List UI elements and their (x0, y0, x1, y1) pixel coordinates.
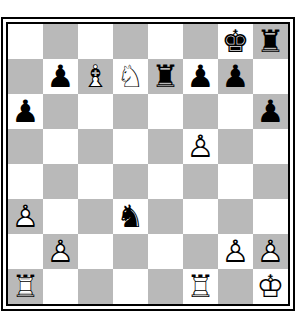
square-e5[interactable] (148, 129, 183, 164)
white-pawn-fill: ♟ (253, 234, 288, 269)
square-f5[interactable]: ♟♙ (183, 129, 218, 164)
square-e3[interactable] (148, 199, 183, 234)
chess-board-inner-border: ♚♜♟♝♗♞♘♜♟♟♟♟♟♙♟♙♞♟♙♟♙♟♙♜♖♜♖♚♔ (6, 22, 290, 306)
square-e2[interactable] (148, 234, 183, 269)
square-g3[interactable] (218, 199, 253, 234)
white-pawn: ♙ (253, 234, 288, 269)
square-f7[interactable]: ♟ (183, 59, 218, 94)
square-d8[interactable] (113, 24, 148, 59)
square-b1[interactable] (43, 269, 78, 304)
black-knight: ♞ (113, 199, 148, 234)
square-b3[interactable] (43, 199, 78, 234)
white-king-fill: ♚ (253, 269, 288, 304)
white-knight-fill: ♞ (113, 59, 148, 94)
white-pawn-fill: ♟ (183, 129, 218, 164)
white-pawn: ♙ (8, 199, 43, 234)
square-h8[interactable]: ♜ (253, 24, 288, 59)
square-h3[interactable] (253, 199, 288, 234)
white-knight: ♘ (113, 59, 148, 94)
chess-board-frame: ♚♜♟♝♗♞♘♜♟♟♟♟♟♙♟♙♞♟♙♟♙♟♙♜♖♜♖♚♔ (1, 17, 295, 311)
square-d2[interactable] (113, 234, 148, 269)
white-pawn-fill: ♟ (43, 234, 78, 269)
square-b2[interactable]: ♟♙ (43, 234, 78, 269)
square-e4[interactable] (148, 164, 183, 199)
black-rook: ♜ (148, 59, 183, 94)
white-pawn-fill: ♟ (218, 234, 253, 269)
square-h2[interactable]: ♟♙ (253, 234, 288, 269)
square-e1[interactable] (148, 269, 183, 304)
black-king: ♚ (218, 24, 253, 59)
square-a4[interactable] (8, 164, 43, 199)
black-pawn: ♟ (218, 59, 253, 94)
square-h4[interactable] (253, 164, 288, 199)
square-b8[interactable] (43, 24, 78, 59)
square-d7[interactable]: ♞♘ (113, 59, 148, 94)
chess-board: ♚♜♟♝♗♞♘♜♟♟♟♟♟♙♟♙♞♟♙♟♙♟♙♜♖♜♖♚♔ (8, 24, 288, 304)
black-rook: ♜ (253, 24, 288, 59)
square-c2[interactable] (78, 234, 113, 269)
square-b5[interactable] (43, 129, 78, 164)
square-f2[interactable] (183, 234, 218, 269)
square-f8[interactable] (183, 24, 218, 59)
square-g6[interactable] (218, 94, 253, 129)
white-bishop: ♗ (78, 59, 113, 94)
white-bishop-fill: ♝ (78, 59, 113, 94)
square-a5[interactable] (8, 129, 43, 164)
square-e7[interactable]: ♜ (148, 59, 183, 94)
black-pawn: ♟ (8, 94, 43, 129)
square-a6[interactable]: ♟ (8, 94, 43, 129)
black-pawn: ♟ (183, 59, 218, 94)
square-a3[interactable]: ♟♙ (8, 199, 43, 234)
square-a7[interactable] (8, 59, 43, 94)
square-b6[interactable] (43, 94, 78, 129)
square-a2[interactable] (8, 234, 43, 269)
black-pawn: ♟ (43, 59, 78, 94)
square-e6[interactable] (148, 94, 183, 129)
square-c7[interactable]: ♝♗ (78, 59, 113, 94)
square-f4[interactable] (183, 164, 218, 199)
white-rook-fill: ♜ (8, 269, 43, 304)
square-h1[interactable]: ♚♔ (253, 269, 288, 304)
square-d5[interactable] (113, 129, 148, 164)
black-pawn: ♟ (253, 94, 288, 129)
square-f1[interactable]: ♜♖ (183, 269, 218, 304)
square-a1[interactable]: ♜♖ (8, 269, 43, 304)
square-c1[interactable] (78, 269, 113, 304)
white-pawn: ♙ (183, 129, 218, 164)
square-b7[interactable]: ♟ (43, 59, 78, 94)
square-f6[interactable] (183, 94, 218, 129)
square-c5[interactable] (78, 129, 113, 164)
square-h5[interactable] (253, 129, 288, 164)
square-c6[interactable] (78, 94, 113, 129)
square-d6[interactable] (113, 94, 148, 129)
square-d4[interactable] (113, 164, 148, 199)
square-c3[interactable] (78, 199, 113, 234)
white-rook: ♖ (8, 269, 43, 304)
square-b4[interactable] (43, 164, 78, 199)
white-rook-fill: ♜ (183, 269, 218, 304)
white-pawn: ♙ (43, 234, 78, 269)
white-king: ♔ (253, 269, 288, 304)
square-c8[interactable] (78, 24, 113, 59)
square-a8[interactable] (8, 24, 43, 59)
square-c4[interactable] (78, 164, 113, 199)
page: ♚♜♟♝♗♞♘♜♟♟♟♟♟♙♟♙♞♟♙♟♙♟♙♜♖♜♖♚♔ (0, 0, 296, 316)
square-d3[interactable]: ♞ (113, 199, 148, 234)
square-f3[interactable] (183, 199, 218, 234)
square-g1[interactable] (218, 269, 253, 304)
square-g4[interactable] (218, 164, 253, 199)
square-g7[interactable]: ♟ (218, 59, 253, 94)
square-h7[interactable] (253, 59, 288, 94)
white-pawn: ♙ (218, 234, 253, 269)
white-rook: ♖ (183, 269, 218, 304)
white-pawn-fill: ♟ (8, 199, 43, 234)
square-g2[interactable]: ♟♙ (218, 234, 253, 269)
square-d1[interactable] (113, 269, 148, 304)
square-h6[interactable]: ♟ (253, 94, 288, 129)
square-g5[interactable] (218, 129, 253, 164)
square-e8[interactable] (148, 24, 183, 59)
square-g8[interactable]: ♚ (218, 24, 253, 59)
